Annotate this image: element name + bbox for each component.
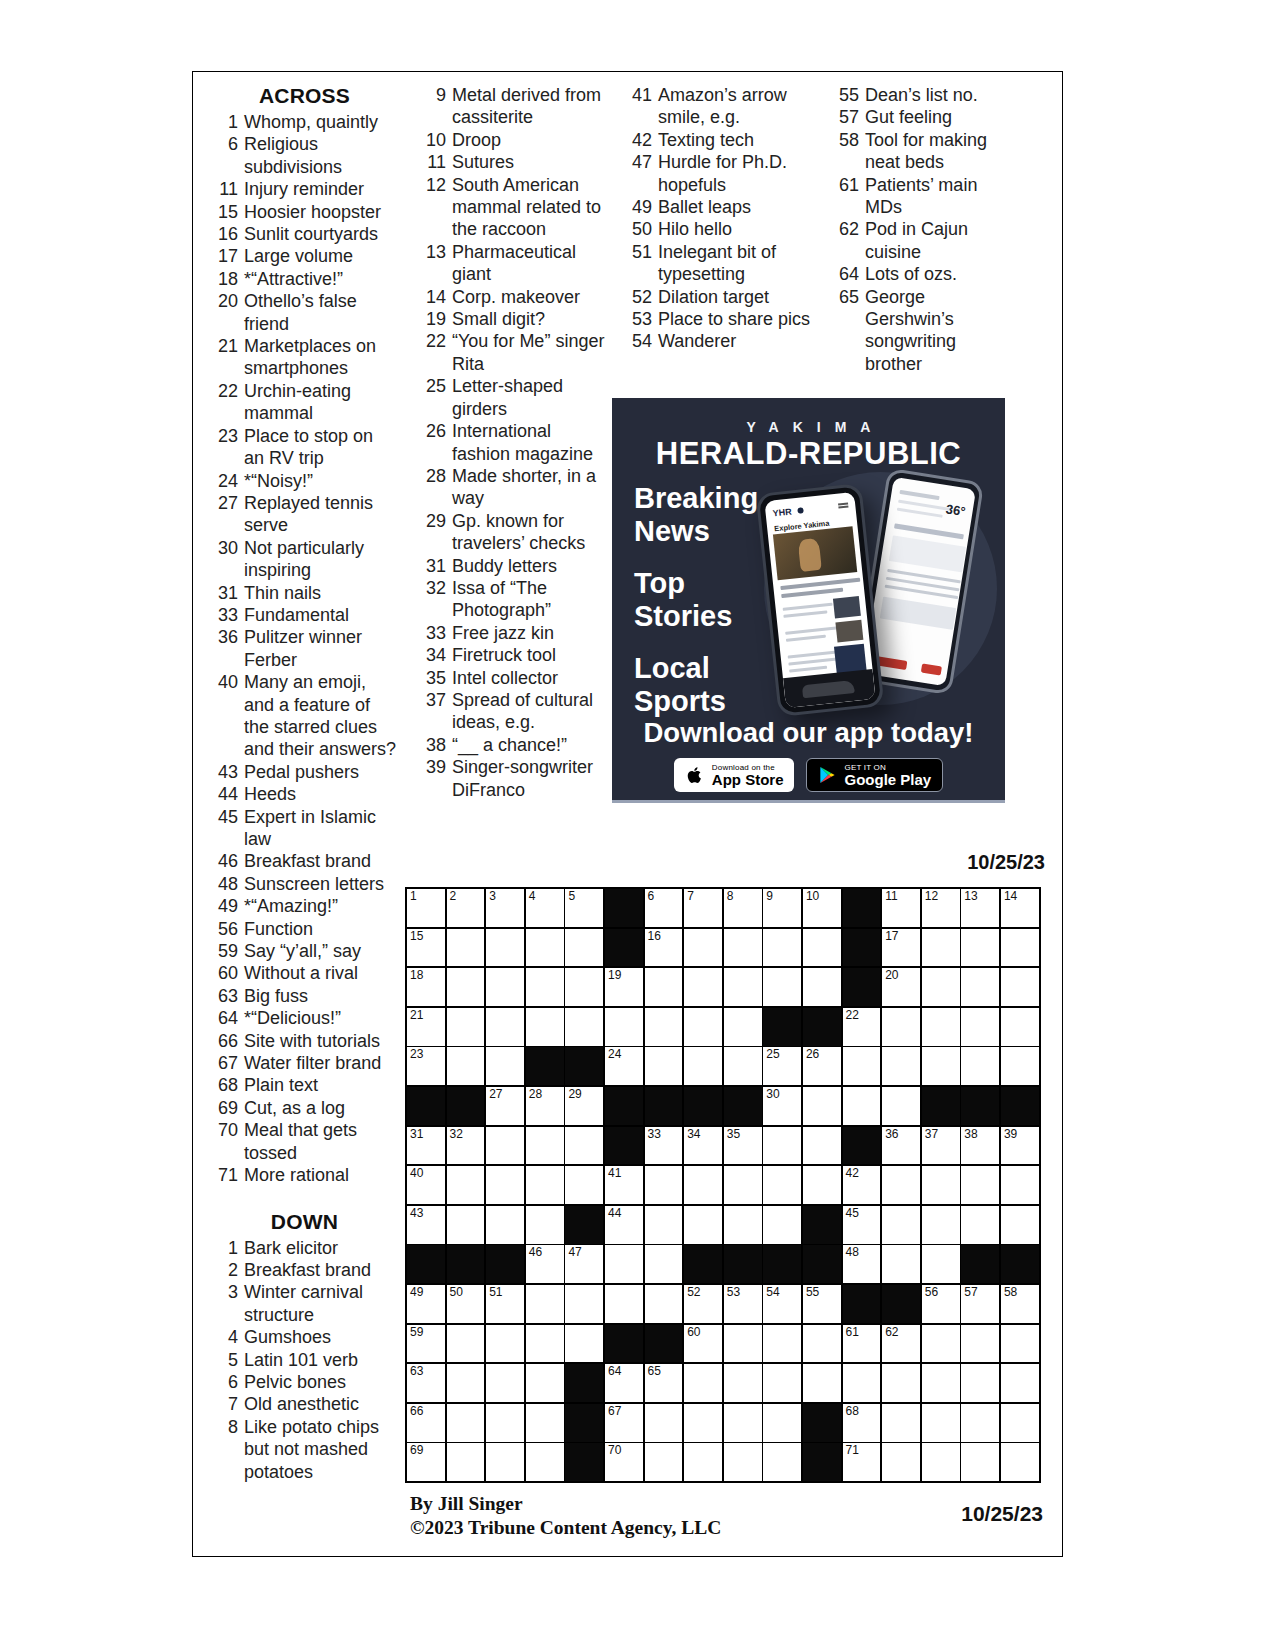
grid-cell[interactable]: 68 — [843, 1404, 881, 1442]
grid-cell[interactable] — [961, 1047, 999, 1085]
app-store-badge[interactable]: Download on the App Store — [674, 758, 795, 792]
grid-cell[interactable] — [486, 1166, 524, 1204]
puzzle-date-top: 10/25/23 — [405, 851, 1045, 874]
grid-cell[interactable] — [882, 1443, 920, 1481]
grid-cell[interactable]: 15 — [407, 929, 445, 967]
grid-cell[interactable]: 64 — [605, 1364, 643, 1402]
grid-cell[interactable] — [486, 1206, 524, 1244]
grid-cell[interactable]: 41 — [605, 1166, 643, 1204]
grid-cell[interactable]: 32 — [447, 1127, 485, 1165]
grid-cell[interactable] — [684, 1206, 722, 1244]
grid-cell[interactable] — [1001, 1166, 1039, 1204]
grid-cell[interactable]: 28 — [526, 1087, 564, 1125]
grid-cell[interactable] — [724, 1325, 762, 1363]
grid-cell[interactable] — [961, 1166, 999, 1204]
grid-cell[interactable] — [605, 1285, 643, 1323]
clue-number: 50 — [625, 218, 658, 240]
grid-cell[interactable] — [486, 1443, 524, 1481]
clue-text: Tool for making neat beds — [865, 129, 1015, 174]
clue-item: 59Say “y’all,” say — [211, 940, 398, 962]
grid-cell[interactable] — [922, 1047, 960, 1085]
grid-cell[interactable]: 60 — [684, 1325, 722, 1363]
clue-text: Like potato chips but not mashed potatoe… — [244, 1416, 398, 1483]
cell-number: 41 — [608, 1167, 621, 1179]
clue-number: 46 — [211, 850, 244, 872]
grid-cell[interactable] — [645, 968, 683, 1006]
grid-cell[interactable]: 14 — [1001, 889, 1039, 927]
clue-text: Place to share pics — [658, 308, 812, 330]
grid-cell[interactable] — [684, 1166, 722, 1204]
grid-cell[interactable]: 38 — [961, 1127, 999, 1165]
grid-cell[interactable] — [645, 1245, 683, 1283]
grid-cell[interactable] — [447, 1166, 485, 1204]
grid-cell[interactable] — [763, 1166, 801, 1204]
grid-cell[interactable] — [684, 1364, 722, 1402]
grid-cell[interactable] — [526, 1206, 564, 1244]
grid-cell[interactable] — [565, 1166, 603, 1204]
clue-number: 15 — [211, 201, 244, 223]
cell-number: 47 — [568, 1246, 581, 1258]
grid-cell[interactable] — [803, 929, 841, 967]
ad-kicker-yakima: YAKIMA — [612, 419, 1005, 435]
grid-cell[interactable] — [486, 1047, 524, 1085]
clue-item: 6Religious subdivisions — [211, 133, 398, 178]
clue-text: Singer-songwriter DiFranco — [452, 756, 606, 801]
grid-cell[interactable] — [526, 968, 564, 1006]
grid-cell[interactable] — [645, 1047, 683, 1085]
clue-text: “You for Me” singer Rita — [452, 330, 606, 375]
grid-cell[interactable]: 51 — [486, 1285, 524, 1323]
block-cell — [803, 1206, 841, 1244]
grid-cell[interactable]: 20 — [882, 968, 920, 1006]
grid-cell[interactable]: 56 — [922, 1285, 960, 1323]
clue-text: Site with tutorials — [244, 1030, 398, 1052]
grid-cell[interactable] — [1001, 1404, 1039, 1442]
grid-cell[interactable] — [763, 1404, 801, 1442]
grid-cell[interactable] — [882, 1008, 920, 1046]
clue-item: 65George Gershwin’s songwriting brother — [832, 286, 1015, 376]
grid-cell[interactable]: 53 — [724, 1285, 762, 1323]
grid-cell[interactable]: 30 — [763, 1087, 801, 1125]
cell-number: 53 — [727, 1286, 740, 1298]
grid-cell[interactable] — [803, 1166, 841, 1204]
clue-text: Heeds — [244, 783, 398, 805]
grid-cell[interactable]: 29 — [565, 1087, 603, 1125]
clue-item: 30Not particularly inspiring — [211, 537, 398, 582]
grid-cell[interactable] — [486, 1364, 524, 1402]
grid-cell[interactable] — [486, 1008, 524, 1046]
grid-cell[interactable]: 19 — [605, 968, 643, 1006]
grid-cell[interactable] — [763, 929, 801, 967]
grid-cell[interactable] — [447, 1364, 485, 1402]
cell-number: 39 — [1004, 1128, 1017, 1140]
block-cell — [724, 1087, 762, 1125]
grid-cell[interactable] — [1001, 929, 1039, 967]
grid-cell[interactable] — [447, 1008, 485, 1046]
grid-cell[interactable] — [605, 1245, 643, 1283]
cell-number: 34 — [687, 1128, 700, 1140]
grid-cell[interactable] — [724, 1047, 762, 1085]
block-cell — [961, 1245, 999, 1283]
clue-number: 32 — [419, 577, 452, 622]
cell-number: 54 — [766, 1286, 779, 1298]
grid-cell[interactable] — [843, 1087, 881, 1125]
clue-item: 40Many an emoji, and a feature of the st… — [211, 671, 398, 761]
clue-number: 58 — [832, 129, 865, 174]
grid-cell[interactable] — [724, 1166, 762, 1204]
clue-section-header-down: DOWN — [211, 1210, 398, 1234]
grid-cell[interactable] — [565, 1285, 603, 1323]
grid-cell[interactable] — [526, 1325, 564, 1363]
grid-cell[interactable]: 11 — [882, 889, 920, 927]
grid-cell[interactable]: 3 — [486, 889, 524, 927]
grid-cell[interactable]: 55 — [803, 1285, 841, 1323]
grid-cell[interactable]: 34 — [684, 1127, 722, 1165]
cell-number: 5 — [568, 890, 575, 902]
grid-cell[interactable] — [526, 1285, 564, 1323]
grid-cell[interactable] — [447, 1404, 485, 1442]
grid-cell[interactable] — [526, 1008, 564, 1046]
grid-cell[interactable]: 52 — [684, 1285, 722, 1323]
grid-cell[interactable]: 37 — [922, 1127, 960, 1165]
clue-number: 44 — [211, 783, 244, 805]
grid-cell[interactable]: 26 — [803, 1047, 841, 1085]
cell-number: 1 — [410, 890, 417, 902]
grid-cell[interactable]: 16 — [645, 929, 683, 967]
clue-item: 37Spread of cultural ideas, e.g. — [419, 689, 606, 734]
grid-cell[interactable]: 9 — [763, 889, 801, 927]
grid-cell[interactable] — [882, 1047, 920, 1085]
grid-cell[interactable]: 31 — [407, 1127, 445, 1165]
clue-text: Thin nails — [244, 582, 398, 604]
grid-cell[interactable]: 58 — [1001, 1285, 1039, 1323]
clue-number: 1 — [211, 1237, 244, 1259]
grid-cell[interactable] — [486, 1325, 524, 1363]
grid-cell[interactable]: 47 — [565, 1245, 603, 1283]
grid-cell[interactable] — [922, 1325, 960, 1363]
grid-cell[interactable]: 59 — [407, 1325, 445, 1363]
grid-cell[interactable] — [724, 1404, 762, 1442]
clue-item: 39Singer-songwriter DiFranco — [419, 756, 606, 801]
grid-cell[interactable]: 66 — [407, 1404, 445, 1442]
grid-cell[interactable]: 21 — [407, 1008, 445, 1046]
cell-number: 28 — [529, 1088, 542, 1100]
block-cell — [843, 1127, 881, 1165]
grid-cell[interactable]: 46 — [526, 1245, 564, 1283]
grid-cell[interactable] — [882, 1245, 920, 1283]
cell-number: 14 — [1004, 890, 1017, 902]
grid-cell[interactable]: 33 — [645, 1127, 683, 1165]
grid-cell[interactable] — [803, 1127, 841, 1165]
grid-cell[interactable] — [882, 1404, 920, 1442]
grid-cell[interactable]: 62 — [882, 1325, 920, 1363]
grid-cell[interactable] — [724, 1364, 762, 1402]
clue-text: Large volume — [244, 245, 398, 267]
block-cell — [645, 1325, 683, 1363]
clue-text: *“Amazing!” — [244, 895, 398, 917]
clue-number: 59 — [211, 940, 244, 962]
grid-cell[interactable] — [922, 1206, 960, 1244]
grid-cell[interactable]: 22 — [843, 1008, 881, 1046]
cell-number: 13 — [964, 890, 977, 902]
grid-cell[interactable] — [922, 968, 960, 1006]
grid-cell[interactable] — [961, 1404, 999, 1442]
grid-cell[interactable] — [922, 929, 960, 967]
grid-cell[interactable]: 27 — [486, 1087, 524, 1125]
grid-cell[interactable] — [882, 1087, 920, 1125]
cell-number: 69 — [410, 1444, 423, 1456]
clue-column-2: 9Metal derived from cassiterite10Droop11… — [419, 84, 606, 801]
grid-cell[interactable]: 45 — [843, 1206, 881, 1244]
grid-cell[interactable] — [684, 1008, 722, 1046]
clue-item: 48Sunscreen letters — [211, 873, 398, 895]
clue-item: 62Pod in Cajun cuisine — [832, 218, 1015, 263]
grid-cell[interactable]: 24 — [605, 1047, 643, 1085]
grid-cell[interactable] — [645, 1404, 683, 1442]
grid-cell[interactable] — [803, 968, 841, 1006]
grid-cell[interactable] — [763, 1325, 801, 1363]
cell-number: 18 — [410, 969, 423, 981]
grid-cell[interactable] — [922, 1443, 960, 1481]
clue-number: 57 — [832, 106, 865, 128]
grid-cell[interactable]: 12 — [922, 889, 960, 927]
cell-number: 19 — [608, 969, 621, 981]
grid-cell[interactable] — [565, 929, 603, 967]
grid-cell[interactable]: 40 — [407, 1166, 445, 1204]
grid-cell[interactable] — [882, 1206, 920, 1244]
google-play-badge[interactable]: GET IT ON Google Play — [806, 758, 943, 792]
grid-cell[interactable] — [961, 1206, 999, 1244]
grid-cell[interactable] — [645, 1443, 683, 1481]
grid-cell[interactable]: 39 — [1001, 1127, 1039, 1165]
grid-cell[interactable]: 13 — [961, 889, 999, 927]
grid-cell[interactable]: 69 — [407, 1443, 445, 1481]
grid-cell[interactable]: 65 — [645, 1364, 683, 1402]
grid-cell[interactable]: 67 — [605, 1404, 643, 1442]
grid-cell[interactable] — [882, 1364, 920, 1402]
grid-cell[interactable] — [961, 1008, 999, 1046]
clue-item: 64*“Delicious!” — [211, 1007, 398, 1029]
cell-number: 3 — [489, 890, 496, 902]
block-cell — [763, 1245, 801, 1283]
grid-cell[interactable] — [961, 1364, 999, 1402]
grid-cell[interactable] — [763, 968, 801, 1006]
grid-cell[interactable] — [763, 1206, 801, 1244]
grid-cell[interactable]: 42 — [843, 1166, 881, 1204]
grid-cell[interactable] — [486, 968, 524, 1006]
grid-cell[interactable] — [526, 1404, 564, 1442]
grid-cell[interactable]: 4 — [526, 889, 564, 927]
grid-cell[interactable] — [526, 1364, 564, 1402]
grid-cell[interactable] — [684, 1047, 722, 1085]
grid-cell[interactable] — [645, 1166, 683, 1204]
grid-cell[interactable]: 7 — [684, 889, 722, 927]
grid-cell[interactable] — [565, 1127, 603, 1165]
phone-hero-photo — [773, 526, 857, 580]
clue-item: 33Fundamental — [211, 604, 398, 626]
grid-cell[interactable] — [724, 968, 762, 1006]
grid-cell[interactable] — [1001, 968, 1039, 1006]
clue-section-header-across: ACROSS — [211, 84, 398, 108]
grid-cell[interactable] — [486, 1127, 524, 1165]
grid-cell[interactable] — [1001, 1364, 1039, 1402]
grid-cell[interactable]: 25 — [763, 1047, 801, 1085]
grid-cell[interactable] — [565, 968, 603, 1006]
grid-cell[interactable] — [447, 1325, 485, 1363]
grid-cell[interactable] — [961, 1443, 999, 1481]
clue-text: Pod in Cajun cuisine — [865, 218, 1015, 263]
cell-number: 32 — [450, 1128, 463, 1140]
grid-cell[interactable] — [922, 1364, 960, 1402]
grid-cell[interactable] — [447, 1047, 485, 1085]
grid-cell[interactable] — [724, 1206, 762, 1244]
grid-cell[interactable]: 44 — [605, 1206, 643, 1244]
cell-number: 35 — [727, 1128, 740, 1140]
clue-number: 4 — [211, 1326, 244, 1348]
grid-cell[interactable] — [684, 929, 722, 967]
grid-cell[interactable] — [882, 1166, 920, 1204]
clue-number: 18 — [211, 268, 244, 290]
clue-number: 64 — [211, 1007, 244, 1029]
grid-cell[interactable] — [961, 968, 999, 1006]
clue-item: 20Othello’s false friend — [211, 290, 398, 335]
grid-cell[interactable]: 1 — [407, 889, 445, 927]
grid-cell[interactable] — [447, 1443, 485, 1481]
clue-item: 55Dean’s list no. — [832, 84, 1015, 106]
clue-number: 67 — [211, 1052, 244, 1074]
crossword-grid: 1234567891011121314151617181920212223242… — [405, 887, 1041, 1483]
grid-cell[interactable] — [1001, 1047, 1039, 1085]
grid-cell[interactable] — [803, 1325, 841, 1363]
clue-item: 1Bark elicitor — [211, 1237, 398, 1259]
clue-item: 35Intel collector — [419, 667, 606, 689]
grid-cell[interactable] — [526, 929, 564, 967]
cell-number: 9 — [766, 890, 773, 902]
grid-cell[interactable]: 18 — [407, 968, 445, 1006]
block-cell — [565, 1443, 603, 1481]
clue-number: 43 — [211, 761, 244, 783]
grid-cell[interactable] — [763, 1364, 801, 1402]
grid-cell[interactable]: 70 — [605, 1443, 643, 1481]
block-cell — [684, 1087, 722, 1125]
grid-cell[interactable] — [645, 1206, 683, 1244]
grid-cell[interactable] — [645, 1285, 683, 1323]
grid-cell[interactable] — [961, 1325, 999, 1363]
grid-cell[interactable]: 10 — [803, 889, 841, 927]
grid-cell[interactable] — [1001, 1325, 1039, 1363]
grid-cell[interactable] — [763, 1127, 801, 1165]
grid-cell[interactable] — [526, 1443, 564, 1481]
grid-cell[interactable] — [922, 1245, 960, 1283]
grid-cell[interactable]: 49 — [407, 1285, 445, 1323]
clue-column-3: 41Amazon’s arrow smile, e.g.42Texting te… — [625, 84, 812, 353]
clue-item: 26International fashion magazine — [419, 420, 606, 465]
clue-item: 27Replayed tennis serve — [211, 492, 398, 537]
cell-number: 36 — [885, 1128, 898, 1140]
clue-item: 44Heeds — [211, 783, 398, 805]
clue-number: 9 — [419, 84, 452, 129]
grid-cell[interactable] — [763, 1443, 801, 1481]
grid-cell[interactable] — [724, 929, 762, 967]
grid-cell[interactable] — [803, 1087, 841, 1125]
cell-number: 10 — [806, 890, 819, 902]
grid-cell[interactable] — [684, 1404, 722, 1442]
block-cell — [961, 1087, 999, 1125]
grid-cell[interactable]: 17 — [882, 929, 920, 967]
grid-cell[interactable] — [922, 1166, 960, 1204]
grid-cell[interactable] — [526, 1127, 564, 1165]
grid-cell[interactable]: 63 — [407, 1364, 445, 1402]
grid-cell[interactable] — [684, 1443, 722, 1481]
grid-cell[interactable]: 5 — [565, 889, 603, 927]
grid-cell[interactable] — [1001, 1206, 1039, 1244]
grid-cell[interactable]: 57 — [961, 1285, 999, 1323]
block-cell — [605, 1325, 643, 1363]
clue-item: 60Without a rival — [211, 962, 398, 984]
clue-number: 22 — [419, 330, 452, 375]
grid-cell[interactable] — [565, 1008, 603, 1046]
grid-cell[interactable] — [447, 929, 485, 967]
clue-number: 33 — [211, 604, 244, 626]
grid-cell[interactable]: 71 — [843, 1443, 881, 1481]
grid-cell[interactable] — [922, 1404, 960, 1442]
grid-cell[interactable] — [724, 1008, 762, 1046]
grid-cell[interactable]: 50 — [447, 1285, 485, 1323]
grid-cell[interactable] — [605, 1008, 643, 1046]
block-cell — [882, 1285, 920, 1323]
clue-text: Droop — [452, 129, 606, 151]
grid-cell[interactable] — [565, 1325, 603, 1363]
grid-cell[interactable] — [1001, 1008, 1039, 1046]
grid-cell[interactable]: 2 — [447, 889, 485, 927]
grid-cell[interactable] — [447, 968, 485, 1006]
grid-cell[interactable] — [447, 1206, 485, 1244]
clue-number: 31 — [419, 555, 452, 577]
cell-number: 17 — [885, 930, 898, 942]
clue-item: 9Metal derived from cassiterite — [419, 84, 606, 129]
grid-cell[interactable] — [843, 1047, 881, 1085]
grid-cell[interactable] — [961, 929, 999, 967]
grid-cell[interactable] — [1001, 1443, 1039, 1481]
grid-cell[interactable] — [645, 1008, 683, 1046]
clue-item: 45Expert in Islamic law — [211, 806, 398, 851]
grid-cell[interactable] — [843, 1364, 881, 1402]
grid-cell[interactable] — [684, 968, 722, 1006]
grid-cell[interactable]: 6 — [645, 889, 683, 927]
grid-cell[interactable] — [486, 929, 524, 967]
grid-cell[interactable] — [922, 1008, 960, 1046]
block-cell — [645, 1087, 683, 1125]
block-cell — [605, 1127, 643, 1165]
grid-cell[interactable]: 43 — [407, 1206, 445, 1244]
clue-text: Amazon’s arrow smile, e.g. — [658, 84, 812, 129]
clue-item: 28Made shorter, in a way — [419, 465, 606, 510]
grid-cell[interactable]: 61 — [843, 1325, 881, 1363]
grid-cell[interactable] — [526, 1166, 564, 1204]
grid-cell[interactable] — [486, 1404, 524, 1442]
clue-text: Hoosier hoopster — [244, 201, 398, 223]
grid-cell[interactable]: 54 — [763, 1285, 801, 1323]
grid-cell[interactable]: 36 — [882, 1127, 920, 1165]
grid-cell[interactable] — [724, 1443, 762, 1481]
grid-cell[interactable]: 35 — [724, 1127, 762, 1165]
grid-cell[interactable] — [803, 1364, 841, 1402]
grid-cell[interactable]: 8 — [724, 889, 762, 927]
grid-cell[interactable]: 23 — [407, 1047, 445, 1085]
grid-cell[interactable]: 48 — [843, 1245, 881, 1283]
clue-text: Inelegant bit of typesetting — [658, 241, 812, 286]
cell-number: 65 — [648, 1365, 661, 1377]
